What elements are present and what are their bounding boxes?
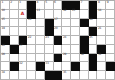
black-cell-r8c5: [36, 62, 45, 71]
cell-r7c2[interactable]: [10, 54, 19, 63]
cell-r2c9[interactable]: 13: [71, 10, 80, 19]
clue-number: 12: [63, 9, 66, 13]
cell-r6c5[interactable]: [36, 45, 45, 54]
cell-r7c10[interactable]: 30: [80, 54, 89, 63]
cell-r4c7[interactable]: 20: [54, 27, 63, 36]
cell-r8c10[interactable]: [80, 62, 89, 71]
cell-r1c10[interactable]: 7: [80, 1, 89, 10]
black-cell-r5c7: [54, 36, 63, 45]
clue-number: 27: [19, 44, 22, 48]
cell-r2c5[interactable]: 11: [36, 10, 45, 19]
cell-r1c6[interactable]: 5: [45, 1, 54, 10]
black-cell-r3c6: [45, 19, 54, 28]
cell-r2c13[interactable]: [106, 10, 115, 19]
clue-number: 7: [80, 1, 82, 5]
cell-r5c9[interactable]: [71, 36, 80, 45]
cell-r4c1[interactable]: 19: [1, 27, 10, 36]
cell-r4c10[interactable]: [80, 27, 89, 36]
cell-r4c9[interactable]: [71, 27, 80, 36]
cell-r9c12[interactable]: [97, 71, 106, 80]
clue-number: 21: [98, 27, 101, 31]
cell-r9c4[interactable]: [27, 71, 36, 80]
cell-r3c11[interactable]: 18: [89, 19, 98, 28]
cell-r3c4[interactable]: 16: [27, 19, 36, 28]
black-cell-r8c9: [71, 62, 80, 71]
cell-r8c4[interactable]: [27, 62, 36, 71]
cell-r1c2[interactable]: 2: [10, 1, 19, 10]
clue-number: 25: [89, 36, 92, 40]
crossword-app: 12345678910A1112131415161718192021222324…: [0, 0, 115, 80]
cell-r5c13[interactable]: [106, 36, 115, 45]
clue-number: 9: [107, 1, 109, 5]
clue-number: 24: [63, 36, 66, 40]
clue-number: 13: [72, 9, 75, 13]
cell-r9c2[interactable]: [10, 71, 19, 80]
cell-r7c9[interactable]: [71, 54, 80, 63]
black-cell-r8c11: [89, 62, 98, 71]
cell-r3c9[interactable]: [71, 19, 80, 28]
clue-number: 30: [80, 53, 83, 57]
cell-r8c7[interactable]: [54, 62, 63, 71]
black-cell-r7c11: [89, 54, 98, 63]
clue-number: 32: [19, 62, 22, 66]
black-cell-r9c6: [45, 71, 54, 80]
black-cell-r5c10: [80, 36, 89, 45]
clue-number: 28: [2, 53, 5, 57]
clue-number: 29: [63, 53, 66, 57]
black-cell-r3c10: [80, 19, 89, 28]
clue-number: 34: [2, 71, 5, 75]
cell-r6c11[interactable]: [89, 45, 98, 54]
cell-r6c6[interactable]: [45, 45, 54, 54]
clue-number: 15: [2, 18, 5, 22]
cell-r6c9[interactable]: [71, 45, 80, 54]
clue-number: 3: [19, 1, 21, 5]
black-cell-r1c11: [89, 1, 98, 10]
cell-r2c8[interactable]: 12: [62, 10, 71, 19]
cell-r7c13[interactable]: [106, 54, 115, 63]
cell-r3c8[interactable]: [62, 19, 71, 28]
cell-r5c12[interactable]: [97, 36, 106, 45]
clue-number: 16: [28, 18, 31, 22]
black-cell-r6c2: [10, 45, 19, 54]
cell-r9c10[interactable]: [80, 71, 89, 80]
cell-r2c6[interactable]: [45, 10, 54, 19]
clue-number: 8: [98, 1, 100, 5]
clue-number: 31: [98, 53, 101, 57]
black-cell-r7c7: [54, 54, 63, 63]
entry-letter: A: [19, 10, 27, 18]
cell-r9c11[interactable]: [89, 71, 98, 80]
cell-r6c13[interactable]: [106, 45, 115, 54]
cell-r5c8[interactable]: 24: [62, 36, 71, 45]
cell-r4c13[interactable]: [106, 27, 115, 36]
cell-r3c13[interactable]: [106, 19, 115, 28]
clue-number: 6: [54, 1, 56, 5]
cell-r9c8[interactable]: 35: [62, 71, 71, 80]
cell-r4c5[interactable]: [36, 27, 45, 36]
cell-r7c8[interactable]: 29: [62, 54, 71, 63]
black-cell-r8c2: [10, 62, 19, 71]
cell-r7c1[interactable]: 28: [1, 54, 10, 63]
clue-number: 2: [10, 1, 12, 5]
cell-r9c3[interactable]: [19, 71, 28, 80]
cell-r1c3[interactable]: 3: [19, 1, 28, 10]
cell-r9c5[interactable]: [36, 71, 45, 80]
black-cell-r9c7: [54, 71, 63, 80]
black-cell-r8c13: [106, 62, 115, 71]
cell-r5c2[interactable]: [10, 36, 19, 45]
clue-number: 19: [2, 27, 5, 31]
cell-r2c10[interactable]: [80, 10, 89, 19]
black-cell-r1c4: [27, 1, 36, 10]
clue-number: 33: [45, 62, 48, 66]
cell-r5c4[interactable]: 22: [27, 36, 36, 45]
cell-r7c4[interactable]: [27, 54, 36, 63]
cell-r4c3[interactable]: [19, 27, 28, 36]
cell-r3c2[interactable]: [10, 19, 19, 28]
cell-r2c2[interactable]: [10, 10, 19, 19]
cell-r1c7[interactable]: 6: [54, 1, 63, 10]
cell-r2c12[interactable]: 14: [97, 10, 106, 19]
clue-number: 18: [89, 18, 92, 22]
clue-number: 11: [37, 9, 40, 13]
cell-r8c6[interactable]: 33: [45, 62, 54, 71]
clue-number: 17: [54, 18, 57, 22]
cell-r1c13[interactable]: 9: [106, 1, 115, 10]
cell-r6c7[interactable]: [54, 45, 63, 54]
cell-r9c13[interactable]: [106, 71, 115, 80]
clue-number: 26: [2, 44, 5, 48]
cell-r3c5[interactable]: [36, 19, 45, 28]
cell-r5c5[interactable]: [36, 36, 45, 45]
cell-r8c3[interactable]: 32: [19, 62, 28, 71]
clue-number: 1: [2, 1, 4, 5]
cell-r2c3[interactable]: A: [19, 10, 28, 19]
cell-r4c12[interactable]: 21: [97, 27, 106, 36]
clue-number: 10: [2, 9, 5, 13]
cell-r5c11[interactable]: 25: [89, 36, 98, 45]
clue-number: 22: [28, 36, 31, 40]
cell-r9c9[interactable]: [71, 71, 80, 80]
clue-number: 20: [54, 27, 57, 31]
crossword-grid: 12345678910A1112131415161718192021222324…: [0, 0, 115, 80]
cell-r6c3[interactable]: 27: [19, 45, 28, 54]
clue-number: 35: [63, 71, 66, 75]
clue-number: 5: [45, 1, 47, 5]
clue-number: 23: [45, 36, 48, 40]
cell-r5c6[interactable]: 23: [45, 36, 54, 45]
clue-number: 4: [37, 1, 39, 5]
cell-r4c2[interactable]: [10, 27, 19, 36]
cell-r7c5[interactable]: [36, 54, 45, 63]
clue-number: 14: [98, 9, 101, 13]
cell-r7c12[interactable]: 31: [97, 54, 106, 63]
cell-r9c1[interactable]: 34: [1, 71, 10, 80]
cell-r6c4[interactable]: [27, 45, 36, 54]
cell-r8c12[interactable]: [97, 62, 106, 71]
cell-r3c3[interactable]: [19, 19, 28, 28]
